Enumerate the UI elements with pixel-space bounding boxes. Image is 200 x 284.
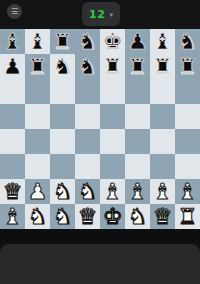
- square-b7[interactable]: ♜: [25, 54, 50, 79]
- square-h3[interactable]: [175, 154, 200, 179]
- black-bishop[interactable]: ♝: [25, 29, 50, 54]
- black-rook[interactable]: ♜: [25, 54, 50, 79]
- menu-button[interactable]: ☰: [7, 4, 22, 19]
- white-knight[interactable]: ♞: [50, 204, 75, 229]
- square-c3[interactable]: [50, 154, 75, 179]
- white-bishop[interactable]: ♝: [0, 204, 25, 229]
- square-f3[interactable]: [125, 154, 150, 179]
- square-g5[interactable]: [150, 104, 175, 129]
- square-g6[interactable]: [150, 79, 175, 104]
- square-b5[interactable]: [25, 104, 50, 129]
- black-king[interactable]: ♚: [100, 29, 125, 54]
- black-rook[interactable]: ♜: [125, 54, 150, 79]
- square-h4[interactable]: [175, 129, 200, 154]
- chevron-down-icon: ▾: [109, 11, 113, 19]
- square-f2[interactable]: ♝: [125, 179, 150, 204]
- square-d7[interactable]: ♞: [75, 54, 100, 79]
- white-rook[interactable]: ♜: [175, 204, 200, 229]
- black-pawn[interactable]: ♟: [0, 54, 25, 79]
- square-c8[interactable]: ♜: [50, 29, 75, 54]
- white-queen[interactable]: ♛: [150, 204, 175, 229]
- square-c6[interactable]: [50, 79, 75, 104]
- square-d3[interactable]: [75, 154, 100, 179]
- black-knight[interactable]: ♞: [75, 29, 100, 54]
- square-a5[interactable]: [0, 104, 25, 129]
- square-h6[interactable]: [175, 79, 200, 104]
- white-queen[interactable]: ♛: [0, 179, 25, 204]
- black-knight[interactable]: ♞: [50, 54, 75, 79]
- square-g2[interactable]: ♝: [150, 179, 175, 204]
- bottom-panel: [0, 244, 200, 284]
- white-bishop[interactable]: ♝: [100, 179, 125, 204]
- square-b2[interactable]: ♟: [25, 179, 50, 204]
- square-b4[interactable]: [25, 129, 50, 154]
- square-h7[interactable]: ♜: [175, 54, 200, 79]
- app-screen: ☰ 12 ▾ ♝♝♜♞♚♟♝♞♟♜♞♞♜♜♜♜♛♟♞♞♝♝♝♝♝♞♞♛♚♞♛♜: [0, 0, 200, 284]
- square-a6[interactable]: [0, 79, 25, 104]
- square-c4[interactable]: [50, 129, 75, 154]
- square-d8[interactable]: ♞: [75, 29, 100, 54]
- square-g7[interactable]: ♜: [150, 54, 175, 79]
- black-rook[interactable]: ♜: [150, 54, 175, 79]
- board-lower-gap: [0, 229, 200, 244]
- top-bar: ☰ 12 ▾: [0, 0, 200, 29]
- square-d1[interactable]: ♛: [75, 204, 100, 229]
- square-f4[interactable]: [125, 129, 150, 154]
- hamburger-icon: ☰: [11, 7, 18, 16]
- square-d2[interactable]: ♞: [75, 179, 100, 204]
- white-knight[interactable]: ♞: [25, 204, 50, 229]
- square-f1[interactable]: ♞: [125, 204, 150, 229]
- square-c1[interactable]: ♞: [50, 204, 75, 229]
- black-rook[interactable]: ♜: [100, 54, 125, 79]
- square-a7[interactable]: ♟: [0, 54, 25, 79]
- square-a8[interactable]: ♝: [0, 29, 25, 54]
- square-h8[interactable]: ♞: [175, 29, 200, 54]
- square-h5[interactable]: [175, 104, 200, 129]
- white-queen[interactable]: ♛: [75, 204, 100, 229]
- square-c2[interactable]: ♞: [50, 179, 75, 204]
- square-e6[interactable]: [100, 79, 125, 104]
- square-b3[interactable]: [25, 154, 50, 179]
- square-e7[interactable]: ♜: [100, 54, 125, 79]
- square-d5[interactable]: [75, 104, 100, 129]
- square-d6[interactable]: [75, 79, 100, 104]
- square-f6[interactable]: [125, 79, 150, 104]
- square-e8[interactable]: ♚: [100, 29, 125, 54]
- square-c7[interactable]: ♞: [50, 54, 75, 79]
- square-f8[interactable]: ♟: [125, 29, 150, 54]
- black-bishop[interactable]: ♝: [0, 29, 25, 54]
- black-bishop[interactable]: ♝: [150, 29, 175, 54]
- white-knight[interactable]: ♞: [125, 204, 150, 229]
- square-b1[interactable]: ♞: [25, 204, 50, 229]
- square-g8[interactable]: ♝: [150, 29, 175, 54]
- square-g3[interactable]: [150, 154, 175, 179]
- chess-board: ♝♝♜♞♚♟♝♞♟♜♞♞♜♜♜♜♛♟♞♞♝♝♝♝♝♞♞♛♚♞♛♜: [0, 29, 200, 229]
- square-f7[interactable]: ♜: [125, 54, 150, 79]
- white-knight[interactable]: ♞: [50, 179, 75, 204]
- black-knight[interactable]: ♞: [175, 29, 200, 54]
- square-a3[interactable]: [0, 154, 25, 179]
- square-e3[interactable]: [100, 154, 125, 179]
- white-knight[interactable]: ♞: [75, 179, 100, 204]
- square-g1[interactable]: ♛: [150, 204, 175, 229]
- square-f5[interactable]: [125, 104, 150, 129]
- square-a2[interactable]: ♛: [0, 179, 25, 204]
- square-c5[interactable]: [50, 104, 75, 129]
- black-knight[interactable]: ♞: [75, 54, 100, 79]
- square-h2[interactable]: ♝: [175, 179, 200, 204]
- white-bishop[interactable]: ♝: [150, 179, 175, 204]
- black-pawn[interactable]: ♟: [125, 29, 150, 54]
- square-d4[interactable]: [75, 129, 100, 154]
- square-e5[interactable]: [100, 104, 125, 129]
- square-h1[interactable]: ♜: [175, 204, 200, 229]
- white-bishop[interactable]: ♝: [175, 179, 200, 204]
- square-e4[interactable]: [100, 129, 125, 154]
- square-a4[interactable]: [0, 129, 25, 154]
- black-rook[interactable]: ♜: [50, 29, 75, 54]
- square-b6[interactable]: [25, 79, 50, 104]
- white-pawn[interactable]: ♟: [25, 179, 50, 204]
- white-bishop[interactable]: ♝: [125, 179, 150, 204]
- square-g4[interactable]: [150, 129, 175, 154]
- timer-value: 12: [89, 8, 105, 21]
- square-a1[interactable]: ♝: [0, 204, 25, 229]
- white-king[interactable]: ♚: [100, 204, 125, 229]
- square-e1[interactable]: ♚: [100, 204, 125, 229]
- timer-dropdown[interactable]: 12 ▾: [82, 2, 120, 26]
- square-b8[interactable]: ♝: [25, 29, 50, 54]
- square-e2[interactable]: ♝: [100, 179, 125, 204]
- black-rook[interactable]: ♜: [175, 54, 200, 79]
